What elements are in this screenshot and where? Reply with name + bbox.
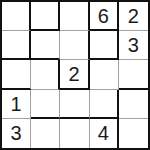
cell-r4-c2[interactable]	[31, 90, 60, 119]
cell-r3-c2[interactable]	[31, 60, 60, 89]
cell-r3-c4[interactable]	[90, 60, 119, 89]
cell-r5-c2[interactable]	[31, 119, 60, 148]
cell-r1-c1[interactable]	[2, 2, 31, 31]
puzzle-board: 6232134	[0, 0, 150, 150]
cell-r5-c5[interactable]	[119, 119, 148, 148]
cell-r1-c4[interactable]: 6	[90, 2, 119, 31]
cell-r1-c3[interactable]	[60, 2, 89, 31]
cell-r3-c3[interactable]: 2	[60, 60, 89, 89]
cell-r1-c2[interactable]	[31, 2, 60, 31]
cell-r3-c5[interactable]	[119, 60, 148, 89]
cell-r2-c3[interactable]	[60, 31, 89, 60]
cell-r2-c1[interactable]	[2, 31, 31, 60]
cell-r1-c5[interactable]: 2	[119, 2, 148, 31]
cell-r5-c4[interactable]: 4	[90, 119, 119, 148]
cell-r4-c1[interactable]: 1	[2, 90, 31, 119]
cell-r4-c4[interactable]	[90, 90, 119, 119]
cell-r5-c1[interactable]: 3	[2, 119, 31, 148]
cell-r4-c3[interactable]	[60, 90, 89, 119]
cell-r2-c4[interactable]	[90, 31, 119, 60]
cell-r2-c5[interactable]: 3	[119, 31, 148, 60]
cell-r2-c2[interactable]	[31, 31, 60, 60]
cell-r5-c3[interactable]	[60, 119, 89, 148]
cell-r3-c1[interactable]	[2, 60, 31, 89]
cell-r4-c5[interactable]	[119, 90, 148, 119]
